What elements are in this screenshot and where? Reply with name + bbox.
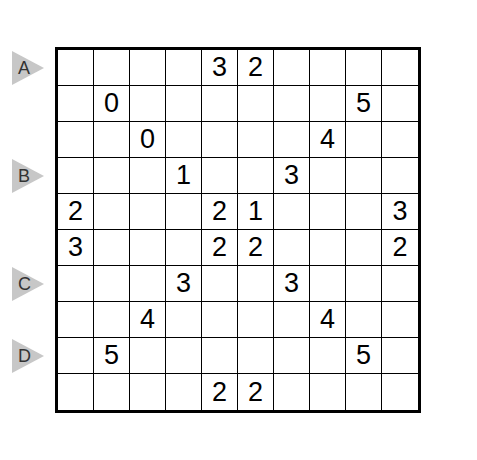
grid-cell-r6c8[interactable]: [310, 230, 346, 266]
grid-cell-r1c2[interactable]: [94, 50, 130, 86]
grid-cell-r2c6[interactable]: [238, 86, 274, 122]
grid-cell-r7c2[interactable]: [94, 266, 130, 302]
grid-cell-r5c7[interactable]: [274, 194, 310, 230]
grid-cell-r6c10[interactable]: 2: [382, 230, 418, 266]
grid-cell-r3c1[interactable]: [58, 122, 94, 158]
grid-cell-r9c9[interactable]: 5: [346, 338, 382, 374]
grid-cell-r6c7[interactable]: [274, 230, 310, 266]
grid-cell-r8c4[interactable]: [166, 302, 202, 338]
grid-cell-r4c10[interactable]: [382, 158, 418, 194]
grid-cell-r10c4[interactable]: [166, 374, 202, 410]
grid-cell-r5c9[interactable]: [346, 194, 382, 230]
grid-cell-r7c3[interactable]: [130, 266, 166, 302]
grid-cell-r10c1[interactable]: [58, 374, 94, 410]
minesweeper-board: 320504132213322233445522: [55, 47, 421, 413]
grid-cell-r5c6[interactable]: 1: [238, 194, 274, 230]
grid-cell-r9c8[interactable]: [310, 338, 346, 374]
grid-cell-r1c6[interactable]: 2: [238, 50, 274, 86]
grid-cell-r4c9[interactable]: [346, 158, 382, 194]
row-marker-a-label: A: [18, 58, 30, 79]
grid-cell-r1c9[interactable]: [346, 50, 382, 86]
grid-cell-r8c6[interactable]: [238, 302, 274, 338]
grid-cell-r9c7[interactable]: [274, 338, 310, 374]
grid-cell-r4c1[interactable]: [58, 158, 94, 194]
grid-cell-r2c3[interactable]: [130, 86, 166, 122]
grid-cell-r10c8[interactable]: [310, 374, 346, 410]
grid-cell-r5c8[interactable]: [310, 194, 346, 230]
row-marker-b-label: B: [18, 166, 30, 187]
grid-cell-r3c7[interactable]: [274, 122, 310, 158]
grid-cell-r7c5[interactable]: [202, 266, 238, 302]
grid-cell-r1c7[interactable]: [274, 50, 310, 86]
grid-cell-r7c4[interactable]: 3: [166, 266, 202, 302]
grid-cell-r10c5[interactable]: 2: [202, 374, 238, 410]
grid-cell-r10c3[interactable]: [130, 374, 166, 410]
grid-cell-r3c8[interactable]: 4: [310, 122, 346, 158]
grid-cell-r9c3[interactable]: [130, 338, 166, 374]
grid-cell-r10c7[interactable]: [274, 374, 310, 410]
grid-cell-r1c4[interactable]: [166, 50, 202, 86]
grid-cell-r1c3[interactable]: [130, 50, 166, 86]
grid-cell-r3c4[interactable]: [166, 122, 202, 158]
grid-cell-r1c10[interactable]: [382, 50, 418, 86]
grid-cell-r8c2[interactable]: [94, 302, 130, 338]
grid-cell-r2c2[interactable]: 0: [94, 86, 130, 122]
row-marker-c-label: C: [18, 274, 31, 295]
grid-cell-r8c3[interactable]: 4: [130, 302, 166, 338]
grid-cell-r9c2[interactable]: 5: [94, 338, 130, 374]
grid-cell-r8c5[interactable]: [202, 302, 238, 338]
grid-cell-r8c8[interactable]: 4: [310, 302, 346, 338]
grid-cell-r7c9[interactable]: [346, 266, 382, 302]
grid-cell-r4c3[interactable]: [130, 158, 166, 194]
grid-cell-r5c3[interactable]: [130, 194, 166, 230]
grid-cell-r6c1[interactable]: 3: [58, 230, 94, 266]
grid-cell-r8c10[interactable]: [382, 302, 418, 338]
puzzle-page: A B C D 320504132213322233445522: [0, 0, 477, 460]
grid-cell-r1c8[interactable]: [310, 50, 346, 86]
grid-cell-r5c10[interactable]: 3: [382, 194, 418, 230]
grid-cell-r8c1[interactable]: [58, 302, 94, 338]
grid-cell-r5c5[interactable]: 2: [202, 194, 238, 230]
grid-cell-r6c2[interactable]: [94, 230, 130, 266]
row-marker-a: A: [12, 51, 44, 85]
grid-cell-r8c9[interactable]: [346, 302, 382, 338]
grid-cell-r6c9[interactable]: [346, 230, 382, 266]
grid-cell-r9c6[interactable]: [238, 338, 274, 374]
grid-cell-r10c2[interactable]: [94, 374, 130, 410]
grid-cell-r9c5[interactable]: [202, 338, 238, 374]
grid-cell-r7c10[interactable]: [382, 266, 418, 302]
grid-cell-r7c8[interactable]: [310, 266, 346, 302]
grid-cell-r1c5[interactable]: 3: [202, 50, 238, 86]
grid-cell-r10c9[interactable]: [346, 374, 382, 410]
grid-cell-r1c1[interactable]: [58, 50, 94, 86]
grid-cell-r3c6[interactable]: [238, 122, 274, 158]
grid-cell-r5c1[interactable]: 2: [58, 194, 94, 230]
grid-cell-r2c1[interactable]: [58, 86, 94, 122]
grid-cell-r6c6[interactable]: 2: [238, 230, 274, 266]
row-marker-b: B: [12, 159, 44, 193]
grid-cell-r2c9[interactable]: 5: [346, 86, 382, 122]
grid-cell-r4c8[interactable]: [310, 158, 346, 194]
grid-cell-r7c1[interactable]: [58, 266, 94, 302]
row-marker-d-label: D: [18, 346, 31, 367]
grid-cell-r5c2[interactable]: [94, 194, 130, 230]
grid-cell-r4c7[interactable]: 3: [274, 158, 310, 194]
row-marker-c: C: [12, 267, 44, 301]
grid-cell-r4c6[interactable]: [238, 158, 274, 194]
grid-cell-r8c7[interactable]: [274, 302, 310, 338]
grid-cell-r2c7[interactable]: [274, 86, 310, 122]
grid-cell-r9c4[interactable]: [166, 338, 202, 374]
grid-cell-r9c10[interactable]: [382, 338, 418, 374]
grid-cell-r10c10[interactable]: [382, 374, 418, 410]
grid-cell-r7c7[interactable]: 3: [274, 266, 310, 302]
row-marker-d: D: [12, 339, 44, 373]
grid-cell-r4c2[interactable]: [94, 158, 130, 194]
grid-cell-r3c3[interactable]: 0: [130, 122, 166, 158]
grid-cell-r7c6[interactable]: [238, 266, 274, 302]
grid-cell-r2c4[interactable]: [166, 86, 202, 122]
grid-cell-r10c6[interactable]: 2: [238, 374, 274, 410]
grid-cell-r5c4[interactable]: [166, 194, 202, 230]
grid-cell-r6c3[interactable]: [130, 230, 166, 266]
grid-cell-r3c9[interactable]: [346, 122, 382, 158]
grid-cell-r2c5[interactable]: [202, 86, 238, 122]
grid-cell-r6c4[interactable]: [166, 230, 202, 266]
grid-cell-r2c10[interactable]: [382, 86, 418, 122]
grid-cell-r4c4[interactable]: 1: [166, 158, 202, 194]
grid-cell-r2c8[interactable]: [310, 86, 346, 122]
grid-cell-r9c1[interactable]: [58, 338, 94, 374]
grid-cell-r3c5[interactable]: [202, 122, 238, 158]
grid-cell-r4c5[interactable]: [202, 158, 238, 194]
grid-cell-r3c2[interactable]: [94, 122, 130, 158]
grid-cell-r6c5[interactable]: 2: [202, 230, 238, 266]
grid-cell-r3c10[interactable]: [382, 122, 418, 158]
